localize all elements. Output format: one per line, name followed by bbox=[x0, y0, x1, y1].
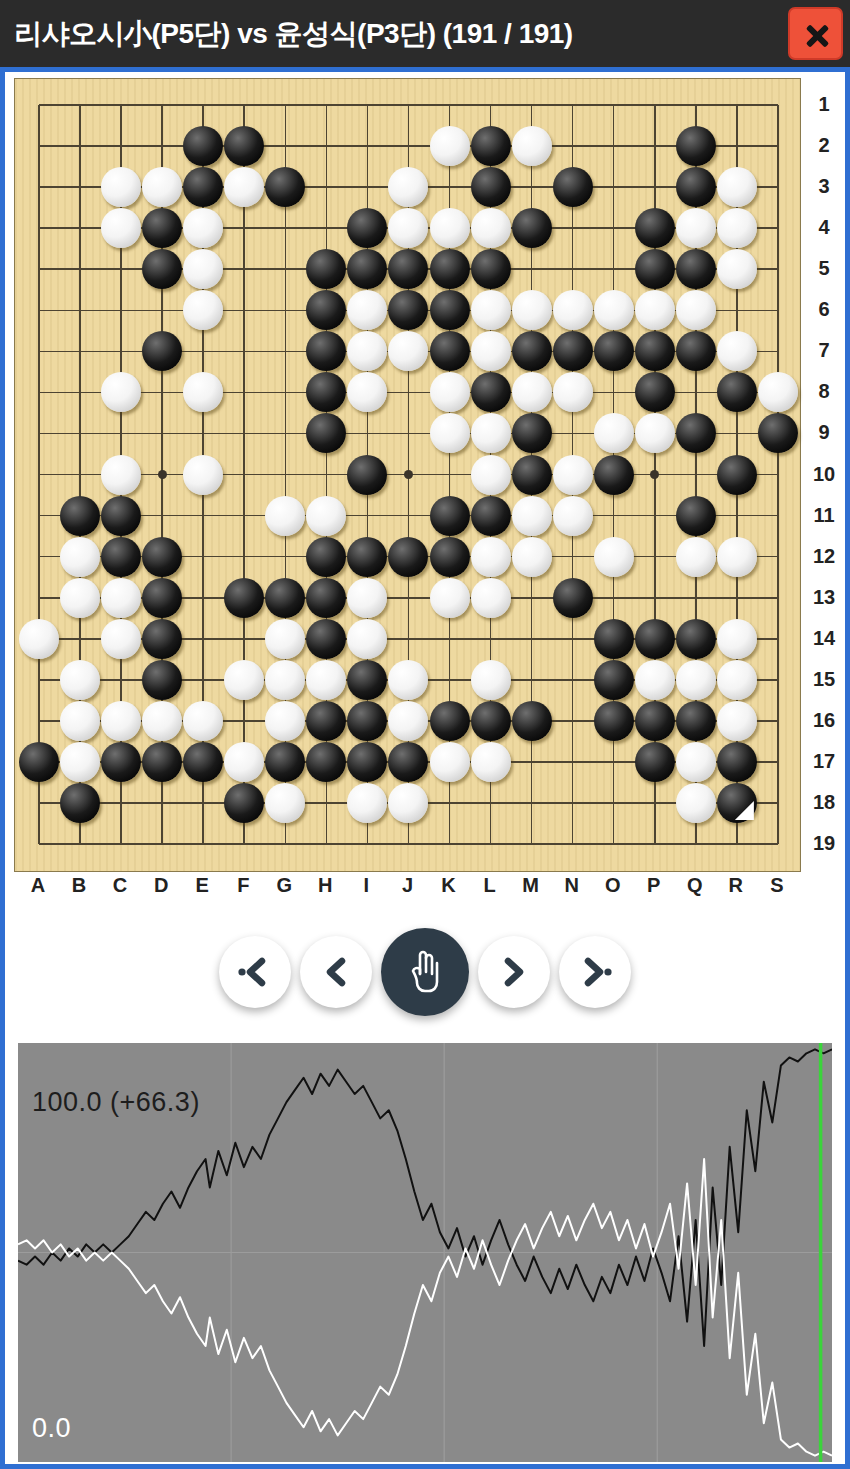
stone-black bbox=[306, 249, 346, 289]
column-coordinate-label: K bbox=[429, 874, 469, 897]
stone-white bbox=[101, 208, 141, 248]
stone-white bbox=[471, 537, 511, 577]
stone-white bbox=[224, 742, 264, 782]
stone-black bbox=[306, 537, 346, 577]
stone-black bbox=[430, 290, 470, 330]
stone-white bbox=[676, 660, 716, 700]
stone-black bbox=[553, 331, 593, 371]
stone-black bbox=[306, 701, 346, 741]
stone-white bbox=[347, 619, 387, 659]
row-coordinate-label: 2 bbox=[807, 134, 841, 157]
go-board[interactable] bbox=[14, 78, 801, 872]
stone-black bbox=[471, 167, 511, 207]
stone-white bbox=[430, 126, 470, 166]
column-coordinate-label: D bbox=[141, 874, 181, 897]
stone-black bbox=[183, 167, 223, 207]
column-coordinate-label: I bbox=[346, 874, 386, 897]
stone-black bbox=[635, 372, 675, 412]
stone-black bbox=[471, 701, 511, 741]
stone-white bbox=[512, 126, 552, 166]
stone-black bbox=[430, 331, 470, 371]
stone-black bbox=[183, 742, 223, 782]
stone-black bbox=[594, 701, 634, 741]
row-coordinate-label: 8 bbox=[807, 380, 841, 403]
stone-black bbox=[717, 742, 757, 782]
stone-white bbox=[717, 701, 757, 741]
stone-white bbox=[183, 701, 223, 741]
star-point bbox=[650, 470, 659, 479]
stone-black bbox=[676, 331, 716, 371]
stone-black bbox=[142, 619, 182, 659]
stone-white bbox=[717, 208, 757, 248]
stone-black bbox=[388, 537, 428, 577]
stone-white bbox=[183, 208, 223, 248]
stone-black bbox=[635, 249, 675, 289]
column-coordinate-label: B bbox=[59, 874, 99, 897]
stone-white bbox=[553, 290, 593, 330]
stone-black bbox=[306, 578, 346, 618]
column-coordinate-label: C bbox=[100, 874, 140, 897]
stone-black bbox=[224, 126, 264, 166]
stone-white bbox=[676, 208, 716, 248]
stone-black bbox=[635, 331, 675, 371]
stone-black bbox=[142, 537, 182, 577]
row-coordinate-label: 6 bbox=[807, 298, 841, 321]
stone-white bbox=[676, 783, 716, 823]
stone-black bbox=[676, 701, 716, 741]
stone-white bbox=[265, 783, 305, 823]
stone-black bbox=[594, 455, 634, 495]
stone-white bbox=[224, 660, 264, 700]
stone-black bbox=[471, 126, 511, 166]
column-coordinate-label: E bbox=[182, 874, 222, 897]
stone-black bbox=[101, 496, 141, 536]
stone-black bbox=[553, 578, 593, 618]
column-coordinate-label: Q bbox=[675, 874, 715, 897]
stone-white bbox=[142, 167, 182, 207]
stone-white bbox=[512, 496, 552, 536]
stone-white bbox=[183, 290, 223, 330]
row-coordinate-label: 19 bbox=[807, 832, 841, 855]
stone-black bbox=[430, 537, 470, 577]
stone-white bbox=[101, 455, 141, 495]
black-winrate-label: 100.0 (+66.3) bbox=[32, 1087, 200, 1118]
stone-white bbox=[60, 578, 100, 618]
fast-backward-icon bbox=[235, 957, 275, 987]
stone-white bbox=[471, 742, 511, 782]
stone-white bbox=[183, 372, 223, 412]
stone-white bbox=[430, 208, 470, 248]
stone-black bbox=[388, 290, 428, 330]
stone-black bbox=[717, 783, 757, 823]
row-coordinate-label: 11 bbox=[807, 504, 841, 527]
stone-black bbox=[676, 249, 716, 289]
stone-black bbox=[306, 742, 346, 782]
stone-black bbox=[430, 701, 470, 741]
stone-white bbox=[471, 413, 511, 453]
stone-black bbox=[347, 742, 387, 782]
stone-black bbox=[594, 619, 634, 659]
column-coordinate-label: R bbox=[716, 874, 756, 897]
stone-black bbox=[676, 619, 716, 659]
stone-white bbox=[306, 496, 346, 536]
stone-white bbox=[676, 742, 716, 782]
stone-black bbox=[347, 660, 387, 700]
stone-white bbox=[430, 742, 470, 782]
stone-white bbox=[717, 167, 757, 207]
stone-black bbox=[306, 619, 346, 659]
stone-white bbox=[553, 496, 593, 536]
star-point bbox=[404, 470, 413, 479]
row-coordinate-label: 5 bbox=[807, 257, 841, 280]
stone-white bbox=[347, 372, 387, 412]
stone-white bbox=[471, 578, 511, 618]
backward-button[interactable] bbox=[300, 936, 372, 1008]
stone-black bbox=[224, 578, 264, 618]
stone-black bbox=[142, 742, 182, 782]
row-coordinate-label: 3 bbox=[807, 175, 841, 198]
stone-white bbox=[347, 290, 387, 330]
stone-white bbox=[60, 701, 100, 741]
stone-white bbox=[471, 331, 511, 371]
grid-line bbox=[777, 105, 779, 844]
stone-white bbox=[388, 660, 428, 700]
stone-black bbox=[306, 413, 346, 453]
row-coordinate-label: 1 bbox=[807, 93, 841, 116]
stone-white bbox=[553, 455, 593, 495]
stone-white bbox=[717, 331, 757, 371]
row-coordinate-label: 14 bbox=[807, 627, 841, 650]
stone-black bbox=[758, 413, 798, 453]
column-coordinate-label: G bbox=[264, 874, 304, 897]
row-coordinate-label: 7 bbox=[807, 339, 841, 362]
stone-black bbox=[676, 126, 716, 166]
stone-black bbox=[101, 742, 141, 782]
row-coordinate-label: 18 bbox=[807, 791, 841, 814]
stone-white bbox=[676, 537, 716, 577]
stone-white bbox=[430, 578, 470, 618]
stone-white bbox=[306, 660, 346, 700]
stone-white bbox=[471, 455, 511, 495]
stone-black bbox=[512, 455, 552, 495]
stone-black bbox=[142, 578, 182, 618]
stone-black bbox=[306, 331, 346, 371]
row-coordinate-label: 15 bbox=[807, 668, 841, 691]
stone-white bbox=[717, 619, 757, 659]
column-coordinate-label: P bbox=[634, 874, 674, 897]
stone-white bbox=[265, 496, 305, 536]
stone-white bbox=[388, 701, 428, 741]
winrate-graph[interactable]: 100.0 (+66.3) 0.0 bbox=[18, 1043, 832, 1462]
stone-white bbox=[553, 372, 593, 412]
stone-white bbox=[60, 742, 100, 782]
row-coordinate-label: 10 bbox=[807, 463, 841, 486]
stone-white bbox=[101, 619, 141, 659]
fast-forward-button[interactable] bbox=[559, 936, 631, 1008]
stone-black bbox=[347, 537, 387, 577]
forward-button[interactable] bbox=[478, 936, 550, 1008]
stone-black bbox=[512, 208, 552, 248]
stone-white bbox=[347, 578, 387, 618]
column-coordinate-label: S bbox=[757, 874, 797, 897]
stone-black bbox=[430, 249, 470, 289]
row-coordinate-label: 17 bbox=[807, 750, 841, 773]
stone-white bbox=[101, 372, 141, 412]
stone-white bbox=[183, 249, 223, 289]
stone-white bbox=[635, 660, 675, 700]
stone-black bbox=[306, 372, 346, 412]
stone-black bbox=[512, 701, 552, 741]
column-coordinate-label: O bbox=[593, 874, 633, 897]
fast-backward-button[interactable] bbox=[219, 936, 291, 1008]
stone-black bbox=[512, 331, 552, 371]
stone-white bbox=[512, 290, 552, 330]
stone-black bbox=[594, 660, 634, 700]
column-coordinate-label: M bbox=[511, 874, 551, 897]
stone-black bbox=[60, 496, 100, 536]
stone-black bbox=[19, 742, 59, 782]
stone-black bbox=[306, 290, 346, 330]
fast-forward-icon bbox=[575, 957, 615, 987]
stone-white bbox=[101, 578, 141, 618]
column-coordinate-label: L bbox=[470, 874, 510, 897]
row-coordinate-label: 13 bbox=[807, 586, 841, 609]
stone-black bbox=[388, 249, 428, 289]
backward-icon bbox=[321, 957, 351, 987]
stone-white bbox=[717, 249, 757, 289]
stone-white bbox=[471, 660, 511, 700]
stone-black bbox=[635, 208, 675, 248]
stone-black bbox=[471, 372, 511, 412]
content-frame: 12345678910111213141516171819ABCDEFGHIJK… bbox=[0, 67, 850, 1469]
column-coordinate-label: N bbox=[552, 874, 592, 897]
stone-white bbox=[265, 701, 305, 741]
row-coordinate-label: 4 bbox=[807, 216, 841, 239]
stone-white bbox=[60, 537, 100, 577]
hand-icon bbox=[403, 948, 447, 996]
page-title: 리샤오시小(P5단) vs 윤성식(P3단) (191 / 191) bbox=[0, 15, 573, 53]
stone-black bbox=[717, 455, 757, 495]
last-move-marker bbox=[735, 801, 754, 820]
stone-black bbox=[635, 619, 675, 659]
grid-line bbox=[39, 515, 778, 517]
column-coordinate-label: A bbox=[18, 874, 58, 897]
star-point bbox=[158, 470, 167, 479]
stone-black bbox=[635, 701, 675, 741]
stone-black bbox=[430, 496, 470, 536]
stone-black bbox=[60, 783, 100, 823]
stone-white bbox=[512, 537, 552, 577]
stone-black bbox=[676, 167, 716, 207]
stone-black bbox=[224, 783, 264, 823]
stone-black bbox=[594, 331, 634, 371]
stone-black bbox=[142, 249, 182, 289]
stone-black bbox=[265, 578, 305, 618]
stone-white bbox=[635, 413, 675, 453]
forward-icon bbox=[499, 957, 529, 987]
stone-white bbox=[594, 413, 634, 453]
stone-white bbox=[471, 290, 511, 330]
go-game-viewer: 리샤오시小(P5단) vs 윤성식(P3단) (191 / 191) 12345… bbox=[0, 0, 850, 1469]
stone-black bbox=[553, 167, 593, 207]
stone-white bbox=[142, 701, 182, 741]
stone-white bbox=[430, 413, 470, 453]
stone-white bbox=[388, 208, 428, 248]
stone-black bbox=[676, 413, 716, 453]
stone-black bbox=[347, 701, 387, 741]
stone-white bbox=[758, 372, 798, 412]
stone-white bbox=[388, 167, 428, 207]
stone-black bbox=[347, 208, 387, 248]
stone-black bbox=[265, 167, 305, 207]
grid-line bbox=[39, 843, 778, 845]
stone-white bbox=[101, 701, 141, 741]
move-navigation bbox=[5, 928, 845, 1016]
stone-white bbox=[60, 660, 100, 700]
stone-white bbox=[594, 290, 634, 330]
stone-white bbox=[717, 537, 757, 577]
stone-white bbox=[183, 455, 223, 495]
column-coordinate-label: J bbox=[387, 874, 427, 897]
stone-black bbox=[347, 249, 387, 289]
stone-white bbox=[101, 167, 141, 207]
stone-black bbox=[183, 126, 223, 166]
stone-white bbox=[347, 783, 387, 823]
title-bar: 리샤오시小(P5단) vs 윤성식(P3단) (191 / 191) bbox=[0, 0, 850, 67]
stone-white bbox=[388, 331, 428, 371]
stone-white bbox=[635, 290, 675, 330]
column-coordinate-label: H bbox=[305, 874, 345, 897]
stone-white bbox=[676, 290, 716, 330]
stone-black bbox=[142, 331, 182, 371]
stone-black bbox=[471, 496, 511, 536]
stone-black bbox=[676, 496, 716, 536]
stone-white bbox=[265, 660, 305, 700]
stone-black bbox=[717, 372, 757, 412]
stone-white bbox=[471, 208, 511, 248]
stone-black bbox=[471, 249, 511, 289]
row-coordinate-label: 12 bbox=[807, 545, 841, 568]
stone-black bbox=[635, 742, 675, 782]
stone-white bbox=[265, 619, 305, 659]
stone-black bbox=[142, 208, 182, 248]
stone-white bbox=[224, 167, 264, 207]
stone-white bbox=[717, 660, 757, 700]
current-move-hand-button[interactable] bbox=[381, 928, 469, 1016]
row-coordinate-label: 9 bbox=[807, 421, 841, 444]
stone-black bbox=[347, 455, 387, 495]
stone-white bbox=[430, 372, 470, 412]
stone-black bbox=[265, 742, 305, 782]
row-coordinate-label: 16 bbox=[807, 709, 841, 732]
stone-black bbox=[142, 660, 182, 700]
stone-black bbox=[388, 742, 428, 782]
stone-white bbox=[19, 619, 59, 659]
stone-white bbox=[594, 537, 634, 577]
stone-black bbox=[512, 413, 552, 453]
close-button[interactable] bbox=[788, 7, 843, 60]
column-coordinate-label: F bbox=[223, 874, 263, 897]
stone-white bbox=[388, 783, 428, 823]
stone-white bbox=[512, 372, 552, 412]
white-winrate-label: 0.0 bbox=[32, 1413, 71, 1444]
stone-white bbox=[347, 331, 387, 371]
stone-black bbox=[101, 537, 141, 577]
